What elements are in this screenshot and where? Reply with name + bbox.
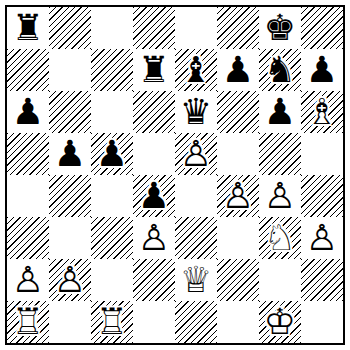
white-pawn-g4[interactable]: ♟♙ (259, 175, 301, 217)
square-d7[interactable]: ♜♜ (133, 49, 175, 91)
white-pawn-a2[interactable]: ♟♙ (7, 259, 49, 301)
square-e5[interactable]: ♟♙ (175, 133, 217, 175)
square-b8[interactable] (49, 7, 91, 49)
square-a2[interactable]: ♟♙ (7, 259, 49, 301)
piece-glyph: ♙ (7, 259, 49, 301)
square-b2[interactable]: ♟♙ (49, 259, 91, 301)
square-h3[interactable]: ♟♙ (301, 217, 343, 259)
square-b3[interactable] (49, 217, 91, 259)
black-pawn-a6[interactable]: ♟♟ (7, 91, 49, 133)
piece-glyph: ♘ (259, 217, 301, 259)
piece-glyph: ♜ (133, 49, 175, 91)
square-e8[interactable] (175, 7, 217, 49)
piece-glyph: ♟ (301, 49, 343, 91)
white-rook-c1[interactable]: ♜♖ (91, 301, 133, 343)
black-pawn-d4[interactable]: ♟♟ (133, 175, 175, 217)
square-f1[interactable] (217, 301, 259, 343)
square-g6[interactable]: ♟♟ (259, 91, 301, 133)
piece-glyph: ♝ (175, 49, 217, 91)
white-rook-a1[interactable]: ♜♖ (7, 301, 49, 343)
piece-glyph: ♗ (301, 91, 343, 133)
square-c7[interactable] (91, 49, 133, 91)
square-g2[interactable] (259, 259, 301, 301)
square-e4[interactable] (175, 175, 217, 217)
square-b7[interactable] (49, 49, 91, 91)
square-d5[interactable] (133, 133, 175, 175)
piece-glyph: ♙ (217, 175, 259, 217)
piece-glyph: ♖ (7, 301, 49, 343)
square-e6[interactable]: ♛♛ (175, 91, 217, 133)
piece-glyph: ♖ (91, 301, 133, 343)
piece-glyph: ♕ (175, 259, 217, 301)
white-pawn-d3[interactable]: ♟♙ (133, 217, 175, 259)
piece-glyph: ♟ (91, 133, 133, 175)
piece-glyph: ♟ (7, 91, 49, 133)
black-bishop-e7[interactable]: ♝♝ (175, 49, 217, 91)
square-a4[interactable] (7, 175, 49, 217)
black-pawn-b5[interactable]: ♟♟ (49, 133, 91, 175)
black-queen-e6[interactable]: ♛♛ (175, 91, 217, 133)
square-b1[interactable] (49, 301, 91, 343)
square-c8[interactable] (91, 7, 133, 49)
piece-glyph: ♚ (259, 7, 301, 49)
square-f6[interactable] (217, 91, 259, 133)
square-e2[interactable]: ♛♕ (175, 259, 217, 301)
piece-glyph: ♟ (217, 49, 259, 91)
square-a8[interactable]: ♜♜ (7, 7, 49, 49)
square-a5[interactable] (7, 133, 49, 175)
piece-glyph: ♜ (7, 7, 49, 49)
chess-diagram: ♜♜♚♚♜♜♝♝♟♟♞♞♟♟♟♟♛♛♟♟♝♗♟♟♟♟♟♙♟♟♟♙♟♙♟♙♞♘♟♙… (0, 0, 350, 350)
square-c5[interactable]: ♟♟ (91, 133, 133, 175)
square-g1[interactable]: ♚♔ (259, 301, 301, 343)
square-d1[interactable] (133, 301, 175, 343)
square-h8[interactable] (301, 7, 343, 49)
chess-board: ♜♜♚♚♜♜♝♝♟♟♞♞♟♟♟♟♛♛♟♟♝♗♟♟♟♟♟♙♟♟♟♙♟♙♟♙♞♘♟♙… (5, 5, 345, 345)
square-c2[interactable] (91, 259, 133, 301)
piece-glyph: ♟ (133, 175, 175, 217)
black-king-g8[interactable]: ♚♚ (259, 7, 301, 49)
black-rook-a8[interactable]: ♜♜ (7, 7, 49, 49)
square-f8[interactable] (217, 7, 259, 49)
square-f3[interactable] (217, 217, 259, 259)
piece-glyph: ♔ (259, 301, 301, 343)
square-h1[interactable] (301, 301, 343, 343)
black-knight-g7[interactable]: ♞♞ (259, 49, 301, 91)
white-king-g1[interactable]: ♚♔ (259, 301, 301, 343)
square-c3[interactable] (91, 217, 133, 259)
square-g3[interactable]: ♞♘ (259, 217, 301, 259)
square-h6[interactable]: ♝♗ (301, 91, 343, 133)
piece-glyph: ♞ (259, 49, 301, 91)
black-pawn-g6[interactable]: ♟♟ (259, 91, 301, 133)
square-a1[interactable]: ♜♖ (7, 301, 49, 343)
square-f5[interactable] (217, 133, 259, 175)
white-queen-e2[interactable]: ♛♕ (175, 259, 217, 301)
square-a6[interactable]: ♟♟ (7, 91, 49, 133)
piece-glyph: ♙ (49, 259, 91, 301)
white-bishop-h6[interactable]: ♝♗ (301, 91, 343, 133)
square-d2[interactable] (133, 259, 175, 301)
white-pawn-b2[interactable]: ♟♙ (49, 259, 91, 301)
piece-glyph: ♙ (133, 217, 175, 259)
square-g5[interactable] (259, 133, 301, 175)
white-pawn-f4[interactable]: ♟♙ (217, 175, 259, 217)
square-d3[interactable]: ♟♙ (133, 217, 175, 259)
square-h5[interactable] (301, 133, 343, 175)
square-b4[interactable] (49, 175, 91, 217)
black-pawn-h7[interactable]: ♟♟ (301, 49, 343, 91)
square-b6[interactable] (49, 91, 91, 133)
square-g8[interactable]: ♚♚ (259, 7, 301, 49)
square-e7[interactable]: ♝♝ (175, 49, 217, 91)
white-knight-g3[interactable]: ♞♘ (259, 217, 301, 259)
piece-glyph: ♙ (175, 133, 217, 175)
white-pawn-h3[interactable]: ♟♙ (301, 217, 343, 259)
square-f7[interactable]: ♟♟ (217, 49, 259, 91)
piece-glyph: ♛ (175, 91, 217, 133)
square-d6[interactable] (133, 91, 175, 133)
square-a7[interactable] (7, 49, 49, 91)
square-a3[interactable] (7, 217, 49, 259)
square-h4[interactable] (301, 175, 343, 217)
piece-glyph: ♙ (259, 175, 301, 217)
piece-glyph: ♙ (301, 217, 343, 259)
black-pawn-c5[interactable]: ♟♟ (91, 133, 133, 175)
black-rook-d7[interactable]: ♜♜ (133, 49, 175, 91)
square-f2[interactable] (217, 259, 259, 301)
square-b5[interactable]: ♟♟ (49, 133, 91, 175)
square-h7[interactable]: ♟♟ (301, 49, 343, 91)
square-c4[interactable] (91, 175, 133, 217)
square-g4[interactable]: ♟♙ (259, 175, 301, 217)
square-h2[interactable] (301, 259, 343, 301)
square-g7[interactable]: ♞♞ (259, 49, 301, 91)
piece-glyph: ♟ (259, 91, 301, 133)
square-d4[interactable]: ♟♟ (133, 175, 175, 217)
square-d8[interactable] (133, 7, 175, 49)
square-e1[interactable] (175, 301, 217, 343)
piece-glyph: ♟ (49, 133, 91, 175)
square-e3[interactable] (175, 217, 217, 259)
square-f4[interactable]: ♟♙ (217, 175, 259, 217)
square-c6[interactable] (91, 91, 133, 133)
black-pawn-f7[interactable]: ♟♟ (217, 49, 259, 91)
square-c1[interactable]: ♜♖ (91, 301, 133, 343)
white-pawn-e5[interactable]: ♟♙ (175, 133, 217, 175)
